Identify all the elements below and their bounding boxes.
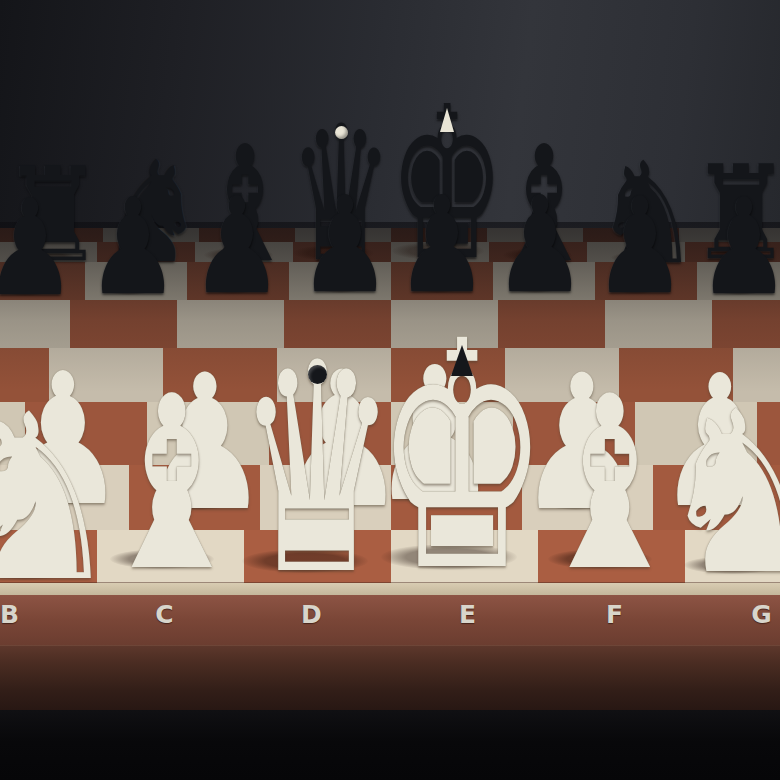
piece-shadow — [204, 248, 273, 261]
file-label-D: D — [301, 600, 323, 629]
board-inlay-border — [0, 583, 780, 595]
queen-ball-finial — [308, 365, 327, 384]
piece-shadow — [709, 249, 762, 259]
white-pawn-d2: ♟ — [277, 347, 408, 534]
piece-shadow — [304, 494, 368, 506]
black-knight-g7: ♞ — [594, 144, 701, 284]
white-knight-g1: ♞ — [657, 382, 780, 606]
white-knight-b1: ♞ — [0, 384, 122, 613]
black-rook-h7: ♜ — [689, 148, 780, 278]
piece-shadow — [613, 285, 658, 294]
queen-ball-finial — [335, 126, 348, 139]
piece-shadow — [717, 286, 762, 295]
white-bishop-f1: ♝ — [533, 365, 687, 604]
black-bishop-c7: ♝ — [193, 125, 296, 285]
piece-shadow — [503, 248, 572, 261]
chess-board: BCDEFG ♜♞♝♛♚♝♞♜♟♟♟♟♟♟♟♟♟♟♟♟♟♟♞♝♛♚♝♞ — [0, 0, 780, 780]
black-rook-a7: ♜ — [1, 150, 106, 280]
piece-shadow — [513, 284, 558, 293]
piece-shadow — [684, 556, 780, 575]
piece-shadow — [544, 497, 608, 509]
white-pawn-e2: ♟ — [370, 343, 499, 528]
file-label-G: G — [751, 600, 773, 629]
file-label-E: E — [459, 600, 477, 629]
piece-shadow — [683, 495, 745, 507]
piece-shadow — [26, 493, 88, 505]
piece-shadow — [381, 544, 517, 570]
piece-shadow — [242, 549, 368, 573]
black-knight-b7: ♞ — [99, 143, 206, 283]
piece-shadow — [397, 489, 460, 501]
black-king-e7: ♚ — [388, 79, 505, 290]
piece-shadow — [21, 251, 74, 261]
piece-shadow — [110, 549, 214, 569]
white-king-e1: ♚ — [375, 301, 550, 615]
piece-shadow — [106, 286, 151, 295]
white-pawn-f2: ♟ — [517, 350, 648, 537]
white-pawn-b2: ♟ — [0, 349, 127, 531]
board-front-edge — [0, 645, 780, 710]
piece-shadow — [611, 252, 672, 264]
black-pawn-e6: ♟ — [395, 179, 488, 312]
piece-shadow — [3, 287, 48, 296]
black-pawn-f6: ♟ — [493, 179, 586, 312]
king-cone-finial — [440, 108, 454, 132]
table-shadow — [0, 710, 780, 780]
black-pawn-b6: ♟ — [86, 181, 179, 314]
piece-shadow — [548, 549, 652, 569]
white-bishop-c1: ♝ — [95, 365, 249, 604]
file-label-F: F — [606, 600, 624, 629]
piece-shadow — [167, 497, 231, 509]
piece-shadow — [116, 251, 177, 263]
piece-shadow — [0, 561, 75, 580]
piece-shadow — [392, 242, 484, 260]
file-label-B: B — [0, 600, 20, 629]
black-queen-d7: ♛ — [289, 101, 393, 288]
piece-shadow — [293, 245, 374, 261]
white-queen-d1: ♛ — [236, 325, 397, 615]
piece-shadow — [415, 284, 460, 293]
black-pawn-h6: ♟ — [697, 181, 780, 314]
file-label-C: C — [155, 600, 174, 629]
king-cone-finial — [451, 345, 473, 376]
piece-shadow — [210, 285, 255, 294]
white-pawn-g2: ♟ — [656, 351, 780, 533]
white-pawn-c2: ♟ — [140, 350, 271, 537]
black-pawn-a6: ♟ — [0, 182, 77, 315]
piece-shadow — [318, 284, 363, 293]
black-pawn-g6: ♟ — [593, 180, 686, 313]
black-bishop-f7: ♝ — [492, 125, 595, 285]
chess-photo-scene: BCDEFG ♜♞♝♛♚♝♞♜♟♟♟♟♟♟♟♟♟♟♟♟♟♟♞♝♛♚♝♞ — [0, 0, 780, 780]
board-frame: BCDEFG — [0, 595, 780, 645]
black-pawn-d6: ♟ — [298, 179, 391, 312]
black-pawn-c6: ♟ — [190, 180, 283, 313]
